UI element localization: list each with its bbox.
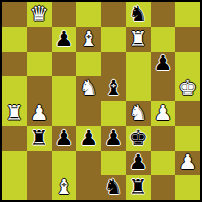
square-f7[interactable]: ♜ [126,27,151,52]
square-g5[interactable] [151,76,176,101]
piece-black-pawn[interactable]: ♟ [104,128,123,149]
square-c3[interactable]: ♟ [52,126,77,151]
square-g8[interactable] [151,2,176,27]
square-h7[interactable] [175,27,200,52]
square-b7[interactable] [27,27,52,52]
square-c1[interactable]: ♝ [52,175,77,200]
square-h6[interactable] [175,52,200,77]
piece-black-pawn[interactable]: ♟ [54,128,73,149]
square-a8[interactable] [2,2,27,27]
square-c6[interactable] [52,52,77,77]
piece-black-knight[interactable]: ♞ [129,4,148,25]
square-d7[interactable]: ♝ [76,27,101,52]
piece-white-pawn[interactable]: ♟ [153,103,172,124]
piece-black-pawn[interactable]: ♟ [79,128,98,149]
square-h4[interactable] [175,101,200,126]
square-b5[interactable] [27,76,52,101]
square-g3[interactable] [151,126,176,151]
square-g2[interactable] [151,151,176,176]
chess-diagram: ♛♞♟♝♜♟♞♝♚♜♟♞♟♜♟♟♟♚♟♟♝♞♜ [0,0,202,202]
square-a5[interactable] [2,76,27,101]
square-d8[interactable] [76,2,101,27]
piece-black-bishop[interactable]: ♝ [104,78,123,99]
square-b4[interactable]: ♟ [27,101,52,126]
square-g7[interactable] [151,27,176,52]
square-e6[interactable] [101,52,126,77]
square-d5[interactable]: ♞ [76,76,101,101]
piece-black-pawn[interactable]: ♟ [54,29,73,50]
square-c7[interactable]: ♟ [52,27,77,52]
square-f2[interactable]: ♟ [126,151,151,176]
square-f3[interactable]: ♚ [126,126,151,151]
piece-black-pawn[interactable]: ♟ [129,152,148,173]
square-d2[interactable] [76,151,101,176]
square-g4[interactable]: ♟ [151,101,176,126]
square-a4[interactable]: ♜ [2,101,27,126]
square-c8[interactable] [52,2,77,27]
piece-white-king[interactable]: ♚ [178,78,197,99]
piece-black-rook[interactable]: ♜ [129,177,148,198]
square-b6[interactable] [27,52,52,77]
square-a2[interactable] [2,151,27,176]
square-f1[interactable]: ♜ [126,175,151,200]
square-f4[interactable]: ♞ [126,101,151,126]
square-h8[interactable] [175,2,200,27]
square-e2[interactable] [101,151,126,176]
piece-white-knight[interactable]: ♞ [79,78,98,99]
piece-white-queen[interactable]: ♛ [30,4,49,25]
piece-black-king[interactable]: ♚ [129,128,148,149]
square-e1[interactable]: ♞ [101,175,126,200]
square-h3[interactable] [175,126,200,151]
square-a6[interactable] [2,52,27,77]
piece-white-bishop[interactable]: ♝ [54,177,73,198]
square-c4[interactable] [52,101,77,126]
square-h2[interactable]: ♟ [175,151,200,176]
square-b1[interactable] [27,175,52,200]
piece-white-pawn[interactable]: ♟ [30,103,49,124]
square-a1[interactable] [2,175,27,200]
piece-black-pawn[interactable]: ♟ [153,53,172,74]
square-d4[interactable] [76,101,101,126]
square-a7[interactable] [2,27,27,52]
square-b2[interactable] [27,151,52,176]
square-h1[interactable] [175,175,200,200]
square-a3[interactable] [2,126,27,151]
piece-black-knight[interactable]: ♞ [104,177,123,198]
square-f8[interactable]: ♞ [126,2,151,27]
square-d1[interactable] [76,175,101,200]
square-c5[interactable] [52,76,77,101]
square-f5[interactable] [126,76,151,101]
square-e5[interactable]: ♝ [101,76,126,101]
square-b8[interactable]: ♛ [27,2,52,27]
square-f6[interactable] [126,52,151,77]
square-d3[interactable]: ♟ [76,126,101,151]
square-e3[interactable]: ♟ [101,126,126,151]
piece-white-knight[interactable]: ♞ [129,103,148,124]
square-e4[interactable] [101,101,126,126]
square-d6[interactable] [76,52,101,77]
piece-black-rook[interactable]: ♜ [30,128,49,149]
piece-white-bishop[interactable]: ♝ [79,29,98,50]
piece-white-pawn[interactable]: ♟ [178,152,197,173]
piece-white-rook[interactable]: ♜ [129,29,148,50]
square-h5[interactable]: ♚ [175,76,200,101]
square-e7[interactable] [101,27,126,52]
square-g1[interactable] [151,175,176,200]
square-b3[interactable]: ♜ [27,126,52,151]
square-c2[interactable] [52,151,77,176]
square-e8[interactable] [101,2,126,27]
chess-board: ♛♞♟♝♜♟♞♝♚♜♟♞♟♜♟♟♟♚♟♟♝♞♜ [0,0,202,202]
piece-white-rook[interactable]: ♜ [5,103,24,124]
square-g6[interactable]: ♟ [151,52,176,77]
